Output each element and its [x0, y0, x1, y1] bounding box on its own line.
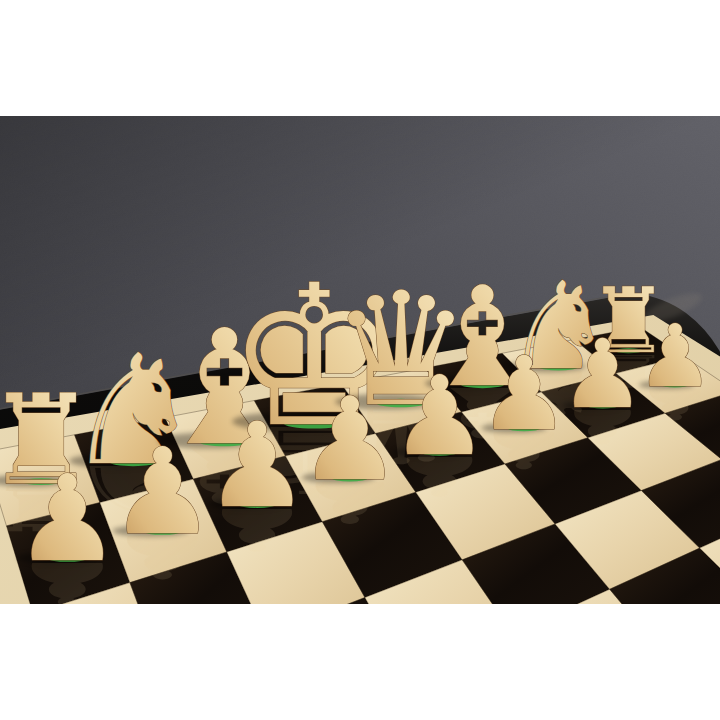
- white-pawn-d2: ♟♟: [390, 352, 488, 508]
- white-pawn-h2: ♟♟: [14, 450, 121, 618]
- pawn-glyph: ♟: [390, 352, 488, 480]
- letterbox-bottom: [0, 604, 720, 720]
- pawn-glyph: ♟: [204, 397, 309, 534]
- pawn-glyph: ♟: [636, 306, 713, 406]
- white-pawn-b2: ♟♟: [560, 319, 645, 454]
- white-pawn-g2: ♟♟: [109, 423, 216, 591]
- pawn-glyph: ♟: [560, 319, 645, 429]
- pawn-glyph: ♟: [14, 450, 121, 588]
- white-pawn-c2: ♟♟: [478, 335, 569, 479]
- white-pawn-f2: ♟♟: [204, 397, 309, 563]
- pawn-glyph: ♟: [109, 423, 216, 561]
- pawn-glyph: ♟: [298, 373, 401, 506]
- white-pawn-e2: ♟♟: [298, 373, 401, 535]
- chess-set-product-screenshot: ♜♜♞♞♝♝♚♚♛♛♝♝♞♞♜♜♟♟♟♟♟♟♟♟♟♟♟♟♟♟♟♟: [0, 0, 720, 720]
- letterbox-top: [0, 0, 720, 116]
- white-pawn-a2: ♟♟: [636, 306, 713, 429]
- pawn-glyph: ♟: [478, 335, 569, 453]
